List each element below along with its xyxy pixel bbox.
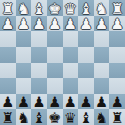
piece-white-pawn[interactable]: ♟ <box>17 17 30 32</box>
square-d2[interactable]: ♟ <box>63 16 79 32</box>
piece-black-knight[interactable]: ♞ <box>95 110 108 125</box>
square-c4[interactable] <box>78 47 94 63</box>
square-e7[interactable]: ♟ <box>47 94 63 110</box>
square-a7[interactable]: ♟ <box>109 94 125 110</box>
piece-black-pawn[interactable]: ♟ <box>64 95 77 110</box>
chess-board: ♜♞♝♚♛♝♞♜♟♟♟♟♟♟♟♟♟♟♟♟♟♟♟♟♜♞♝♚♛♝♞♜ <box>0 0 125 125</box>
piece-black-pawn[interactable]: ♟ <box>79 95 92 110</box>
square-h1[interactable]: ♜ <box>0 0 16 16</box>
square-d5[interactable] <box>63 63 79 79</box>
square-b7[interactable]: ♟ <box>94 94 110 110</box>
square-f5[interactable] <box>31 63 47 79</box>
square-a1[interactable]: ♜ <box>109 0 125 16</box>
square-h8[interactable]: ♜ <box>0 109 16 125</box>
square-h6[interactable] <box>0 78 16 94</box>
piece-black-knight[interactable]: ♞ <box>17 110 30 125</box>
square-a2[interactable]: ♟ <box>109 16 125 32</box>
piece-white-knight[interactable]: ♞ <box>95 1 108 16</box>
square-g2[interactable]: ♟ <box>16 16 32 32</box>
square-h4[interactable] <box>0 47 16 63</box>
square-f2[interactable]: ♟ <box>31 16 47 32</box>
piece-black-pawn[interactable]: ♟ <box>111 95 124 110</box>
square-f3[interactable] <box>31 31 47 47</box>
piece-white-pawn[interactable]: ♟ <box>48 17 61 32</box>
piece-white-knight[interactable]: ♞ <box>17 1 30 16</box>
square-c6[interactable] <box>78 78 94 94</box>
square-g3[interactable] <box>16 31 32 47</box>
square-e5[interactable] <box>47 63 63 79</box>
piece-black-pawn[interactable]: ♟ <box>33 95 46 110</box>
square-h5[interactable] <box>0 63 16 79</box>
square-h7[interactable]: ♟ <box>0 94 16 110</box>
square-c1[interactable]: ♝ <box>78 0 94 16</box>
square-c8[interactable]: ♝ <box>78 109 94 125</box>
piece-white-pawn[interactable]: ♟ <box>1 17 14 32</box>
square-d4[interactable] <box>63 47 79 63</box>
square-g5[interactable] <box>16 63 32 79</box>
square-b3[interactable] <box>94 31 110 47</box>
square-b8[interactable]: ♞ <box>94 109 110 125</box>
piece-black-rook[interactable]: ♜ <box>1 110 14 125</box>
square-c3[interactable] <box>78 31 94 47</box>
square-c2[interactable]: ♟ <box>78 16 94 32</box>
square-g8[interactable]: ♞ <box>16 109 32 125</box>
piece-white-pawn[interactable]: ♟ <box>64 17 77 32</box>
square-c5[interactable] <box>78 63 94 79</box>
square-h3[interactable] <box>0 31 16 47</box>
square-d1[interactable]: ♛ <box>63 0 79 16</box>
square-b6[interactable] <box>94 78 110 94</box>
piece-black-pawn[interactable]: ♟ <box>17 95 30 110</box>
piece-white-pawn[interactable]: ♟ <box>111 17 124 32</box>
square-e8[interactable]: ♚ <box>47 109 63 125</box>
piece-white-queen[interactable]: ♛ <box>64 1 77 16</box>
square-f8[interactable]: ♝ <box>31 109 47 125</box>
piece-black-rook[interactable]: ♜ <box>111 110 124 125</box>
square-b1[interactable]: ♞ <box>94 0 110 16</box>
square-f6[interactable] <box>31 78 47 94</box>
square-b5[interactable] <box>94 63 110 79</box>
piece-black-bishop[interactable]: ♝ <box>33 110 46 125</box>
square-g4[interactable] <box>16 47 32 63</box>
piece-white-bishop[interactable]: ♝ <box>33 1 46 16</box>
piece-white-bishop[interactable]: ♝ <box>79 1 92 16</box>
square-f4[interactable] <box>31 47 47 63</box>
piece-white-pawn[interactable]: ♟ <box>79 17 92 32</box>
piece-black-pawn[interactable]: ♟ <box>1 95 14 110</box>
square-b2[interactable]: ♟ <box>94 16 110 32</box>
square-h2[interactable]: ♟ <box>0 16 16 32</box>
square-a3[interactable] <box>109 31 125 47</box>
piece-black-pawn[interactable]: ♟ <box>48 95 61 110</box>
square-f7[interactable]: ♟ <box>31 94 47 110</box>
piece-white-king[interactable]: ♚ <box>48 1 61 16</box>
square-c7[interactable]: ♟ <box>78 94 94 110</box>
square-g6[interactable] <box>16 78 32 94</box>
square-e1[interactable]: ♚ <box>47 0 63 16</box>
piece-black-king[interactable]: ♚ <box>48 110 61 125</box>
square-e6[interactable] <box>47 78 63 94</box>
piece-white-rook[interactable]: ♜ <box>111 1 124 16</box>
square-a6[interactable] <box>109 78 125 94</box>
piece-black-queen[interactable]: ♛ <box>64 110 77 125</box>
square-d3[interactable] <box>63 31 79 47</box>
square-a8[interactable]: ♜ <box>109 109 125 125</box>
square-e3[interactable] <box>47 31 63 47</box>
square-f1[interactable]: ♝ <box>31 0 47 16</box>
square-g7[interactable]: ♟ <box>16 94 32 110</box>
square-d7[interactable]: ♟ <box>63 94 79 110</box>
square-g1[interactable]: ♞ <box>16 0 32 16</box>
square-e4[interactable] <box>47 47 63 63</box>
square-b4[interactable] <box>94 47 110 63</box>
piece-white-pawn[interactable]: ♟ <box>95 17 108 32</box>
square-d6[interactable] <box>63 78 79 94</box>
piece-white-pawn[interactable]: ♟ <box>33 17 46 32</box>
piece-black-bishop[interactable]: ♝ <box>79 110 92 125</box>
square-d8[interactable]: ♛ <box>63 109 79 125</box>
square-e2[interactable]: ♟ <box>47 16 63 32</box>
piece-black-pawn[interactable]: ♟ <box>95 95 108 110</box>
square-a4[interactable] <box>109 47 125 63</box>
piece-white-rook[interactable]: ♜ <box>1 1 14 16</box>
square-a5[interactable] <box>109 63 125 79</box>
